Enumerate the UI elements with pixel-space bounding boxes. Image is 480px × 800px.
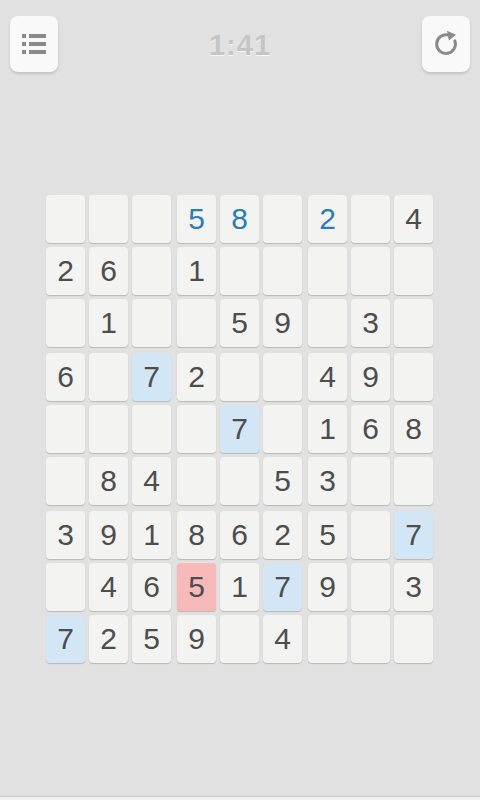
cell-r9c9[interactable] bbox=[394, 615, 433, 663]
cell-r4c6[interactable] bbox=[263, 353, 302, 401]
cell-r7c6[interactable]: 2 bbox=[263, 511, 302, 559]
cell-r3c8[interactable]: 3 bbox=[351, 299, 390, 347]
cell-r7c9[interactable]: 7 bbox=[394, 511, 433, 559]
cell-r2c5[interactable] bbox=[220, 247, 259, 295]
cell-r2c7[interactable] bbox=[308, 247, 347, 295]
cell-r8c6[interactable]: 7 bbox=[263, 563, 302, 611]
cell-r2c4[interactable]: 1 bbox=[177, 247, 216, 295]
cell-r6c1[interactable] bbox=[46, 457, 85, 505]
cell-r7c4[interactable]: 8 bbox=[177, 511, 216, 559]
cell-r9c7[interactable] bbox=[308, 615, 347, 663]
cell-r9c1[interactable]: 7 bbox=[46, 615, 85, 663]
cell-r9c8[interactable] bbox=[351, 615, 390, 663]
box-9: 5793 bbox=[308, 511, 433, 663]
box-6: 491683 bbox=[308, 353, 433, 505]
cell-r6c5[interactable] bbox=[220, 457, 259, 505]
cell-r2c2[interactable]: 6 bbox=[89, 247, 128, 295]
cell-r7c2[interactable]: 9 bbox=[89, 511, 128, 559]
restart-button[interactable] bbox=[422, 16, 470, 72]
box-4: 6784 bbox=[46, 353, 171, 505]
cell-r7c8[interactable] bbox=[351, 511, 390, 559]
cell-r4c8[interactable]: 9 bbox=[351, 353, 390, 401]
cell-r3c4[interactable] bbox=[177, 299, 216, 347]
cell-r4c1[interactable]: 6 bbox=[46, 353, 85, 401]
cell-r5c9[interactable]: 8 bbox=[394, 405, 433, 453]
cell-r3c1[interactable] bbox=[46, 299, 85, 347]
cell-r4c3[interactable]: 7 bbox=[132, 353, 171, 401]
sudoku-board: 2615815924367842754916833914672586251794… bbox=[46, 195, 433, 663]
cell-r3c2[interactable]: 1 bbox=[89, 299, 128, 347]
cell-r5c1[interactable] bbox=[46, 405, 85, 453]
cell-r8c1[interactable] bbox=[46, 563, 85, 611]
cell-r1c9[interactable]: 4 bbox=[394, 195, 433, 243]
cell-r6c8[interactable] bbox=[351, 457, 390, 505]
cell-r2c1[interactable]: 2 bbox=[46, 247, 85, 295]
cell-r5c6[interactable] bbox=[263, 405, 302, 453]
cell-r5c7[interactable]: 1 bbox=[308, 405, 347, 453]
cell-r4c5[interactable] bbox=[220, 353, 259, 401]
cell-r3c6[interactable]: 9 bbox=[263, 299, 302, 347]
cell-r8c5[interactable]: 1 bbox=[220, 563, 259, 611]
cell-r6c6[interactable]: 5 bbox=[263, 457, 302, 505]
cell-r6c9[interactable] bbox=[394, 457, 433, 505]
cell-r9c3[interactable]: 5 bbox=[132, 615, 171, 663]
cell-r5c4[interactable] bbox=[177, 405, 216, 453]
game-timer: 1:41 bbox=[0, 29, 480, 62]
cell-r2c3[interactable] bbox=[132, 247, 171, 295]
cell-r6c4[interactable] bbox=[177, 457, 216, 505]
restart-icon bbox=[431, 29, 461, 59]
cell-r8c2[interactable]: 4 bbox=[89, 563, 128, 611]
cell-r5c5[interactable]: 7 bbox=[220, 405, 259, 453]
cell-r1c4[interactable]: 5 bbox=[177, 195, 216, 243]
cell-r7c1[interactable]: 3 bbox=[46, 511, 85, 559]
cell-r8c8[interactable] bbox=[351, 563, 390, 611]
box-5: 275 bbox=[177, 353, 302, 505]
cell-r9c6[interactable]: 4 bbox=[263, 615, 302, 663]
cell-r1c5[interactable]: 8 bbox=[220, 195, 259, 243]
cell-r8c7[interactable]: 9 bbox=[308, 563, 347, 611]
cell-r4c7[interactable]: 4 bbox=[308, 353, 347, 401]
box-1: 261 bbox=[46, 195, 171, 347]
cell-r3c7[interactable] bbox=[308, 299, 347, 347]
cell-r7c5[interactable]: 6 bbox=[220, 511, 259, 559]
cell-r8c3[interactable]: 6 bbox=[132, 563, 171, 611]
cell-r4c9[interactable] bbox=[394, 353, 433, 401]
cell-r4c4[interactable]: 2 bbox=[177, 353, 216, 401]
cell-r7c3[interactable]: 1 bbox=[132, 511, 171, 559]
cell-r3c9[interactable] bbox=[394, 299, 433, 347]
cell-r2c9[interactable] bbox=[394, 247, 433, 295]
cell-r5c8[interactable]: 6 bbox=[351, 405, 390, 453]
cell-r3c5[interactable]: 5 bbox=[220, 299, 259, 347]
cell-r1c3[interactable] bbox=[132, 195, 171, 243]
cell-r9c2[interactable]: 2 bbox=[89, 615, 128, 663]
box-7: 39146725 bbox=[46, 511, 171, 663]
cell-r3c3[interactable] bbox=[132, 299, 171, 347]
cell-r7c7[interactable]: 5 bbox=[308, 511, 347, 559]
cell-r5c2[interactable] bbox=[89, 405, 128, 453]
cell-r1c8[interactable] bbox=[351, 195, 390, 243]
cell-r2c6[interactable] bbox=[263, 247, 302, 295]
cell-r8c9[interactable]: 3 bbox=[394, 563, 433, 611]
bottom-edge-line bbox=[0, 796, 480, 800]
cell-r1c7[interactable]: 2 bbox=[308, 195, 347, 243]
cell-r9c5[interactable] bbox=[220, 615, 259, 663]
box-2: 58159 bbox=[177, 195, 302, 347]
box-8: 86251794 bbox=[177, 511, 302, 663]
cell-r5c3[interactable] bbox=[132, 405, 171, 453]
cell-r8c4[interactable]: 5 bbox=[177, 563, 216, 611]
cell-r1c1[interactable] bbox=[46, 195, 85, 243]
box-3: 243 bbox=[308, 195, 433, 347]
cell-r2c8[interactable] bbox=[351, 247, 390, 295]
cell-r1c2[interactable] bbox=[89, 195, 128, 243]
cell-r9c4[interactable]: 9 bbox=[177, 615, 216, 663]
cell-r4c2[interactable] bbox=[89, 353, 128, 401]
app-screen: 1:41 26158159243678427549168339146725862… bbox=[0, 0, 480, 800]
cell-r6c2[interactable]: 8 bbox=[89, 457, 128, 505]
cell-r6c7[interactable]: 3 bbox=[308, 457, 347, 505]
cell-r6c3[interactable]: 4 bbox=[132, 457, 171, 505]
cell-r1c6[interactable] bbox=[263, 195, 302, 243]
